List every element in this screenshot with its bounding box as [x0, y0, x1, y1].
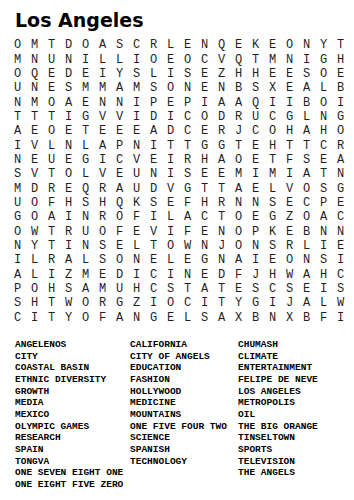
- grid-cell: D: [111, 268, 128, 282]
- word-list-item: ETHNIC DIVERSITY: [15, 374, 130, 386]
- grid-cell: U: [247, 110, 264, 124]
- grid-cell: U: [128, 181, 145, 195]
- word-list-item: CLIMATE: [238, 351, 354, 363]
- grid-cell: G: [9, 210, 26, 224]
- grid-cell: E: [128, 124, 145, 138]
- grid-cell: G: [145, 311, 162, 325]
- word-list-item: SPORTS: [238, 444, 354, 456]
- grid-cell: E: [94, 124, 111, 138]
- grid-cell: E: [298, 282, 315, 296]
- grid-cell: S: [281, 282, 298, 296]
- grid-cell: I: [281, 167, 298, 181]
- grid-cell: A: [77, 282, 94, 296]
- grid-cell: I: [162, 167, 179, 181]
- grid-cell: T: [213, 282, 230, 296]
- word-list-item: CITY: [15, 351, 130, 363]
- grid-cell: O: [145, 52, 162, 66]
- grid-cell: H: [281, 124, 298, 138]
- grid-cell: S: [264, 239, 281, 253]
- grid-cell: N: [60, 52, 77, 66]
- grid-cell: H: [43, 282, 60, 296]
- grid-cell: I: [264, 296, 281, 310]
- grid-cell: L: [162, 253, 179, 267]
- grid-cell: A: [298, 268, 315, 282]
- grid-cell: F: [43, 196, 60, 210]
- grid-cell: U: [9, 196, 26, 210]
- grid-cell: H: [264, 138, 281, 152]
- word-search-grid: OMTDOASCRLENQEKEONYTMNUNILLIOEOCVQTMNIGH…: [9, 38, 349, 325]
- grid-cell: L: [145, 67, 162, 81]
- grid-cell: A: [298, 81, 315, 95]
- grid-cell: N: [196, 38, 213, 52]
- grid-cell: C: [9, 311, 26, 325]
- grid-cell: G: [247, 296, 264, 310]
- grid-cell: N: [213, 253, 230, 267]
- grid-cell: O: [196, 110, 213, 124]
- grid-cell: A: [315, 210, 332, 224]
- grid-cell: I: [43, 268, 60, 282]
- grid-cell: C: [196, 210, 213, 224]
- grid-cell: N: [298, 253, 315, 267]
- grid-cell: R: [179, 153, 196, 167]
- grid-cell: D: [26, 181, 43, 195]
- grid-cell: L: [94, 52, 111, 66]
- grid-cell: N: [145, 167, 162, 181]
- grid-cell: A: [196, 282, 213, 296]
- grid-cell: E: [264, 38, 281, 52]
- grid-cell: H: [315, 124, 332, 138]
- word-list-item: THE BIG ORANGE: [238, 421, 354, 433]
- grid-cell: R: [94, 296, 111, 310]
- word-list-column: ANGELENOSCITYCOASTAL BASINETHNIC DIVERSI…: [15, 339, 130, 491]
- grid-cell: T: [43, 224, 60, 238]
- grid-cell: M: [128, 81, 145, 95]
- grid-cell: I: [128, 268, 145, 282]
- grid-cell: T: [315, 167, 332, 181]
- word-list-item: MOUNTAINS: [130, 409, 238, 421]
- grid-cell: K: [128, 196, 145, 210]
- grid-cell: S: [264, 196, 281, 210]
- grid-cell: I: [128, 52, 145, 66]
- grid-cell: N: [315, 110, 332, 124]
- grid-cell: A: [179, 210, 196, 224]
- grid-cell: E: [247, 153, 264, 167]
- grid-cell: C: [315, 138, 332, 152]
- grid-cell: F: [315, 311, 332, 325]
- grid-cell: V: [26, 138, 43, 152]
- grid-cell: V: [111, 110, 128, 124]
- grid-cell: H: [247, 67, 264, 81]
- grid-cell: C: [196, 52, 213, 66]
- grid-cell: C: [145, 268, 162, 282]
- worksheet-page: Los Angeles OMTDOASCRLENQEKEONYTMNUNILLI…: [0, 0, 354, 500]
- grid-cell: N: [9, 95, 26, 109]
- grid-cell: A: [230, 181, 247, 195]
- word-list-item: OLYMPIC GAMES: [15, 421, 130, 433]
- grid-cell: I: [298, 52, 315, 66]
- grid-cell: N: [179, 268, 196, 282]
- grid-cell: K: [247, 38, 264, 52]
- grid-cell: E: [43, 81, 60, 95]
- grid-cell: I: [77, 52, 94, 66]
- grid-cell: P: [247, 224, 264, 238]
- grid-cell: Q: [213, 38, 230, 52]
- grid-cell: V: [213, 52, 230, 66]
- grid-cell: H: [196, 153, 213, 167]
- word-list-item: GROWTH: [15, 386, 130, 398]
- grid-cell: B: [230, 81, 247, 95]
- grid-cell: E: [94, 268, 111, 282]
- word-list-item: EDUCATION: [130, 362, 238, 374]
- grid-cell: O: [315, 67, 332, 81]
- word-list-item: LOS ANGELES: [238, 386, 354, 398]
- grid-cell: C: [179, 296, 196, 310]
- grid-cell: Z: [281, 210, 298, 224]
- grid-cell: W: [60, 296, 77, 310]
- grid-cell: J: [247, 268, 264, 282]
- grid-cell: Y: [60, 311, 77, 325]
- grid-cell: T: [43, 38, 60, 52]
- grid-cell: W: [332, 296, 349, 310]
- grid-cell: L: [111, 52, 128, 66]
- grid-cell: B: [298, 224, 315, 238]
- grid-cell: N: [179, 81, 196, 95]
- grid-cell: E: [230, 282, 247, 296]
- grid-cell: L: [77, 253, 94, 267]
- grid-cell: T: [43, 311, 60, 325]
- grid-cell: Y: [230, 296, 247, 310]
- word-list-item: CHUMASH: [238, 339, 354, 351]
- grid-cell: A: [111, 181, 128, 195]
- grid-cell: A: [9, 268, 26, 282]
- word-list: ANGELENOSCITYCOASTAL BASINETHNIC DIVERSI…: [15, 339, 354, 491]
- grid-cell: S: [179, 167, 196, 181]
- grid-cell: Y: [26, 239, 43, 253]
- grid-cell: L: [162, 210, 179, 224]
- grid-cell: R: [332, 138, 349, 152]
- grid-cell: G: [111, 296, 128, 310]
- grid-cell: G: [179, 181, 196, 195]
- grid-cell: N: [213, 81, 230, 95]
- grid-cell: R: [213, 196, 230, 210]
- grid-cell: E: [128, 224, 145, 238]
- word-list-item: COASTAL BASIN: [15, 362, 130, 374]
- grid-cell: O: [281, 38, 298, 52]
- grid-cell: R: [94, 210, 111, 224]
- grid-cell: I: [94, 67, 111, 81]
- grid-cell: R: [230, 110, 247, 124]
- grid-cell: T: [179, 282, 196, 296]
- word-list-item: TINSELTOWN: [238, 432, 354, 444]
- grid-cell: H: [26, 296, 43, 310]
- grid-cell: T: [298, 138, 315, 152]
- grid-cell: F: [179, 196, 196, 210]
- grid-cell: S: [9, 167, 26, 181]
- grid-cell: O: [332, 124, 349, 138]
- grid-cell: T: [9, 110, 26, 124]
- grid-cell: S: [179, 67, 196, 81]
- grid-cell: T: [145, 239, 162, 253]
- grid-cell: U: [111, 282, 128, 296]
- grid-cell: O: [43, 124, 60, 138]
- word-list-item: ANGELENOS: [15, 339, 130, 351]
- grid-cell: E: [179, 253, 196, 267]
- word-list-item: CITY OF ANGELS: [130, 351, 238, 363]
- grid-cell: E: [213, 167, 230, 181]
- grid-cell: M: [230, 167, 247, 181]
- grid-cell: G: [77, 153, 94, 167]
- grid-cell: S: [128, 67, 145, 81]
- grid-cell: A: [298, 124, 315, 138]
- grid-cell: N: [298, 38, 315, 52]
- grid-cell: T: [213, 210, 230, 224]
- word-list-item: ONE SEVEN EIGHT ONE: [15, 467, 130, 479]
- grid-cell: G: [264, 210, 281, 224]
- grid-cell: N: [111, 95, 128, 109]
- grid-cell: O: [9, 38, 26, 52]
- grid-cell: O: [230, 239, 247, 253]
- grid-cell: E: [111, 239, 128, 253]
- grid-cell: U: [128, 167, 145, 181]
- grid-cell: O: [230, 210, 247, 224]
- grid-cell: N: [26, 52, 43, 66]
- grid-cell: I: [9, 253, 26, 267]
- grid-cell: I: [281, 95, 298, 109]
- grid-cell: E: [332, 67, 349, 81]
- grid-cell: Q: [230, 52, 247, 66]
- grid-cell: B: [332, 81, 349, 95]
- word-list-item: ONE EIGHT FIVE ZERO: [15, 479, 130, 491]
- grid-cell: I: [162, 224, 179, 238]
- grid-cell: S: [77, 196, 94, 210]
- grid-cell: E: [196, 124, 213, 138]
- grid-cell: I: [128, 110, 145, 124]
- grid-cell: H: [196, 196, 213, 210]
- grid-cell: E: [26, 153, 43, 167]
- word-list-item: CALIFORNIA: [130, 339, 238, 351]
- grid-cell: E: [196, 167, 213, 181]
- grid-cell: N: [196, 239, 213, 253]
- word-list-item: FELIPE DE NEVE: [238, 374, 354, 386]
- grid-cell: S: [315, 181, 332, 195]
- grid-cell: I: [60, 110, 77, 124]
- grid-cell: D: [162, 124, 179, 138]
- grid-cell: A: [60, 253, 77, 267]
- grid-cell: N: [128, 138, 145, 152]
- word-list-item: TELEVISION: [238, 456, 354, 468]
- grid-cell: T: [264, 153, 281, 167]
- grid-cell: A: [298, 296, 315, 310]
- grid-cell: T: [77, 124, 94, 138]
- grid-cell: S: [315, 253, 332, 267]
- grid-cell: J: [213, 239, 230, 253]
- grid-cell: S: [247, 81, 264, 95]
- grid-cell: B: [298, 95, 315, 109]
- grid-cell: N: [247, 196, 264, 210]
- grid-cell: E: [60, 181, 77, 195]
- grid-cell: E: [196, 268, 213, 282]
- grid-cell: E: [281, 67, 298, 81]
- grid-cell: E: [281, 81, 298, 95]
- grid-cell: I: [94, 153, 111, 167]
- grid-cell: S: [247, 282, 264, 296]
- grid-cell: H: [264, 268, 281, 282]
- grid-cell: N: [332, 224, 349, 238]
- grid-cell: E: [162, 52, 179, 66]
- grid-cell: E: [196, 224, 213, 238]
- grid-cell: P: [179, 95, 196, 109]
- grid-cell: E: [315, 153, 332, 167]
- grid-cell: O: [111, 253, 128, 267]
- grid-cell: A: [213, 153, 230, 167]
- grid-cell: G: [332, 110, 349, 124]
- grid-cell: M: [77, 81, 94, 95]
- grid-cell: G: [77, 110, 94, 124]
- grid-cell: E: [196, 81, 213, 95]
- grid-cell: O: [9, 224, 26, 238]
- grid-cell: O: [60, 167, 77, 181]
- grid-cell: A: [213, 311, 230, 325]
- grid-cell: E: [230, 38, 247, 52]
- grid-cell: X: [230, 311, 247, 325]
- grid-cell: S: [332, 282, 349, 296]
- grid-cell: O: [230, 153, 247, 167]
- grid-cell: N: [230, 196, 247, 210]
- grid-cell: X: [264, 81, 281, 95]
- grid-cell: O: [111, 210, 128, 224]
- grid-cell: S: [111, 38, 128, 52]
- grid-cell: T: [179, 138, 196, 152]
- grid-cell: H: [94, 196, 111, 210]
- grid-cell: M: [264, 52, 281, 66]
- grid-cell: M: [94, 81, 111, 95]
- word-list-item: FASHION: [130, 374, 238, 386]
- grid-cell: E: [332, 239, 349, 253]
- grid-cell: T: [213, 296, 230, 310]
- grid-cell: A: [9, 124, 26, 138]
- grid-cell: N: [9, 153, 26, 167]
- grid-cell: C: [247, 124, 264, 138]
- grid-cell: D: [213, 268, 230, 282]
- grid-cell: S: [60, 81, 77, 95]
- grid-cell: A: [213, 95, 230, 109]
- grid-cell: W: [26, 224, 43, 238]
- grid-cell: G: [213, 138, 230, 152]
- grid-cell: I: [332, 253, 349, 267]
- grid-cell: F: [281, 153, 298, 167]
- grid-cell: I: [162, 110, 179, 124]
- grid-cell: E: [162, 196, 179, 210]
- grid-cell: I: [332, 95, 349, 109]
- grid-cell: N: [77, 210, 94, 224]
- grid-cell: I: [162, 268, 179, 282]
- grid-cell: O: [179, 52, 196, 66]
- grid-cell: N: [9, 239, 26, 253]
- grid-cell: V: [94, 110, 111, 124]
- grid-cell: N: [213, 224, 230, 238]
- grid-cell: E: [264, 253, 281, 267]
- grid-cell: G: [281, 110, 298, 124]
- grid-cell: I: [145, 138, 162, 152]
- grid-cell: M: [26, 95, 43, 109]
- grid-cell: E: [162, 95, 179, 109]
- grid-cell: M: [94, 282, 111, 296]
- grid-cell: H: [128, 282, 145, 296]
- grid-cell: T: [162, 138, 179, 152]
- grid-cell: O: [162, 81, 179, 95]
- grid-cell: E: [111, 124, 128, 138]
- grid-cell: A: [60, 95, 77, 109]
- grid-cell: Z: [213, 67, 230, 81]
- grid-cell: R: [281, 239, 298, 253]
- grid-cell: S: [162, 282, 179, 296]
- grid-cell: I: [247, 167, 264, 181]
- grid-cell: C: [145, 282, 162, 296]
- grid-cell: V: [162, 181, 179, 195]
- grid-cell: D: [60, 67, 77, 81]
- grid-cell: T: [26, 110, 43, 124]
- grid-cell: T: [43, 110, 60, 124]
- grid-cell: H: [60, 196, 77, 210]
- grid-cell: J: [281, 296, 298, 310]
- grid-cell: N: [281, 52, 298, 66]
- grid-cell: V: [281, 181, 298, 195]
- grid-cell: E: [196, 67, 213, 81]
- grid-cell: I: [247, 253, 264, 267]
- grid-cell: X: [281, 311, 298, 325]
- grid-cell: K: [264, 224, 281, 238]
- grid-cell: O: [281, 253, 298, 267]
- grid-cell: O: [43, 95, 60, 109]
- grid-cell: L: [77, 138, 94, 152]
- grid-cell: N: [77, 239, 94, 253]
- grid-cell: Y: [315, 38, 332, 52]
- grid-cell: L: [315, 81, 332, 95]
- grid-cell: N: [60, 138, 77, 152]
- grid-cell: T: [43, 296, 60, 310]
- grid-cell: L: [315, 296, 332, 310]
- grid-cell: Z: [60, 268, 77, 282]
- grid-cell: S: [94, 253, 111, 267]
- grid-cell: V: [94, 167, 111, 181]
- word-list-item: OIL: [238, 409, 354, 421]
- grid-cell: L: [179, 311, 196, 325]
- grid-cell: L: [26, 253, 43, 267]
- grid-cell: A: [145, 124, 162, 138]
- grid-cell: T: [332, 38, 349, 52]
- grid-cell: O: [264, 124, 281, 138]
- grid-cell: I: [162, 67, 179, 81]
- grid-cell: O: [230, 224, 247, 238]
- grid-cell: L: [264, 181, 281, 195]
- grid-cell: C: [332, 210, 349, 224]
- word-list-item: RESEARCH: [15, 432, 130, 444]
- grid-cell: O: [315, 95, 332, 109]
- grid-cell: O: [77, 311, 94, 325]
- grid-cell: Q: [247, 95, 264, 109]
- word-list-item: MEXICO: [15, 409, 130, 421]
- grid-cell: L: [26, 268, 43, 282]
- grid-cell: R: [60, 224, 77, 238]
- grid-cell: T: [43, 239, 60, 253]
- grid-cell: L: [298, 239, 315, 253]
- grid-cell: B: [247, 311, 264, 325]
- grid-cell: Z: [128, 296, 145, 310]
- word-list-item: ENTERTAINMENT: [238, 362, 354, 374]
- word-list-item: METROPOLIS: [238, 397, 354, 409]
- word-list-item: SPANISH: [130, 444, 238, 456]
- grid-cell: F: [94, 311, 111, 325]
